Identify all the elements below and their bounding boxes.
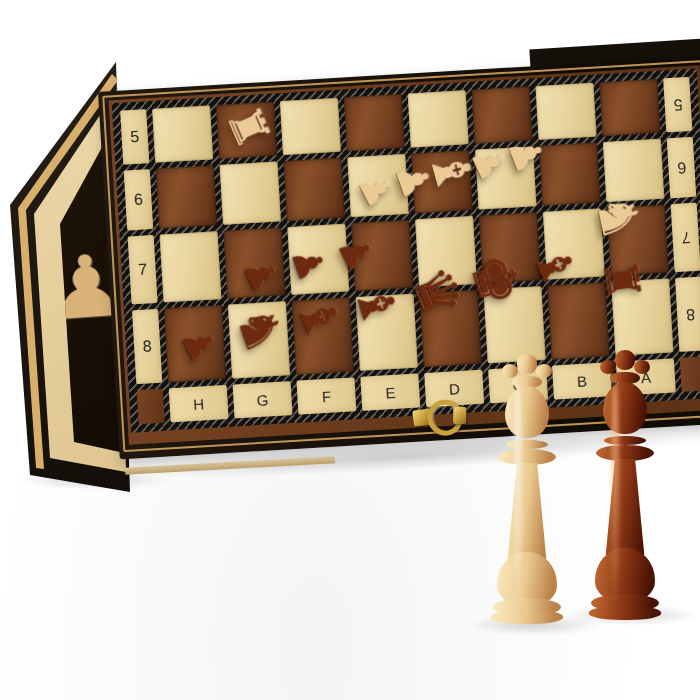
- file-label-g: G: [233, 381, 293, 418]
- king-crown-knob: [615, 350, 635, 370]
- rank-label-left-8-label: 8: [142, 337, 152, 355]
- clasp-catch: [453, 407, 466, 424]
- king-crown-knob: [502, 364, 518, 378]
- square-e5: [344, 94, 405, 151]
- square-e6: [347, 154, 408, 217]
- file-label-f: F: [296, 377, 356, 414]
- square-a7: [607, 205, 669, 276]
- square-d6: [411, 150, 472, 213]
- square-a5: [599, 79, 660, 136]
- square-c7: [479, 212, 541, 283]
- king-base: [589, 606, 661, 620]
- square-a8: [611, 278, 673, 355]
- rank-label-right-6-label: 6: [677, 158, 687, 176]
- rank-label-left-7: 7: [128, 235, 158, 304]
- square-h5: [152, 105, 213, 162]
- rank-label-left-6-label: 6: [133, 191, 143, 209]
- square-b6: [539, 143, 600, 206]
- king-crown-knob: [600, 360, 616, 374]
- file-label-g-label: G: [256, 391, 269, 409]
- standing-white-king: [488, 354, 566, 626]
- king-crown-knob: [536, 364, 552, 378]
- king-base: [491, 610, 563, 624]
- standing-dark-king: [584, 350, 666, 616]
- rank-label-right-8: 8: [675, 277, 700, 352]
- square-d8: [420, 290, 482, 367]
- square-d5: [408, 90, 469, 147]
- king-crown-knob: [634, 360, 650, 374]
- rank-label-left-5: 5: [120, 109, 149, 164]
- square-c5: [472, 86, 533, 143]
- brass-clasp: [411, 390, 476, 441]
- rank-label-left-5-label: 5: [130, 128, 140, 146]
- square-a6: [603, 139, 664, 202]
- square-g8: [228, 301, 290, 378]
- square-f8: [292, 297, 354, 374]
- file-label-h: H: [169, 385, 229, 422]
- square-h6: [156, 165, 217, 228]
- king-head: [505, 386, 549, 438]
- file-label-e-label: E: [385, 383, 396, 401]
- rank-label-left-8: 8: [132, 309, 162, 384]
- square-b5: [535, 83, 596, 140]
- rank-label-right-6: 6: [667, 137, 697, 198]
- square-e7: [351, 220, 413, 291]
- king-collar: [596, 445, 654, 461]
- square-f7: [287, 224, 349, 295]
- rank-label-right-5-label: 5: [673, 95, 683, 113]
- square-e8: [356, 294, 418, 371]
- king-stem: [602, 459, 648, 555]
- square-c8: [483, 286, 545, 363]
- square-f6: [283, 158, 344, 221]
- square-b8: [547, 282, 609, 359]
- file-label-h-label: H: [193, 395, 205, 413]
- rank-label-right-7: 7: [671, 203, 700, 272]
- king-stem: [504, 463, 550, 559]
- product-photo-stage: ♟ 55667788HGFEDCBA ♜♟♟♝♟♟♞♟♟♟♟♞♝♝♛♚♝♜: [0, 0, 700, 700]
- rank-label-right-8-label: 8: [685, 305, 695, 323]
- king-highlight: [611, 380, 619, 602]
- king-neck-ring: [506, 440, 548, 449]
- file-label-f-label: F: [321, 387, 331, 405]
- square-h8: [164, 305, 226, 382]
- square-g6: [220, 161, 281, 224]
- square-h7: [160, 231, 222, 302]
- square-c6: [475, 146, 536, 209]
- rank-label-left-7-label: 7: [138, 260, 148, 278]
- square-b7: [543, 208, 605, 279]
- king-highlight: [514, 384, 522, 606]
- square-d7: [415, 216, 477, 287]
- square-f5: [280, 98, 341, 155]
- king-head: [603, 382, 647, 434]
- square-g7: [223, 227, 285, 298]
- square-g5: [216, 102, 277, 159]
- king-neck-ring: [604, 436, 646, 445]
- king-collar: [498, 449, 556, 465]
- king-crown-knob: [517, 354, 537, 374]
- board-corner-left: [137, 389, 165, 424]
- board-corner-right: [680, 356, 700, 391]
- rank-label-left-6: 6: [124, 169, 154, 230]
- rank-label-right-7-label: 7: [681, 228, 691, 246]
- rank-label-right-5: 5: [663, 77, 692, 132]
